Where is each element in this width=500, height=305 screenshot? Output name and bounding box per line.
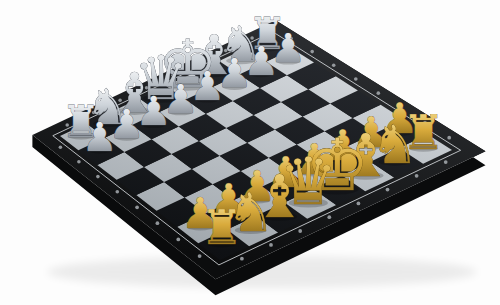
rivet-dot (376, 91, 380, 95)
rivet-dot (115, 190, 119, 194)
rivet-dot (77, 160, 81, 164)
rivet-dot (176, 238, 180, 242)
rivet-dot (354, 77, 358, 81)
rivet-dot (444, 160, 448, 164)
rivet-dot (447, 136, 451, 140)
rivet-dot (310, 50, 314, 54)
chess-set-photo: ♜♞♟♝♟♚♟♛♟♝♟♞♟♟♜♟♟♜♟♟♞♟♝♟♚♟♛♟♝♟♞♜ (0, 0, 500, 305)
piece-silver-pawn-a7: ♟ (82, 114, 118, 160)
rivet-dot (156, 221, 160, 225)
rivet-dot (96, 175, 100, 179)
board-scene: ♜♞♟♝♟♚♟♛♟♝♟♞♟♟♜♟♟♜♟♟♞♟♝♟♚♟♛♟♝♟♞♜ (0, 0, 500, 305)
rivet-dot (332, 63, 336, 67)
piece-gold-rook-a1: ♜ (200, 199, 243, 255)
rivet-dot (240, 257, 244, 261)
rivet-dot (135, 205, 139, 209)
